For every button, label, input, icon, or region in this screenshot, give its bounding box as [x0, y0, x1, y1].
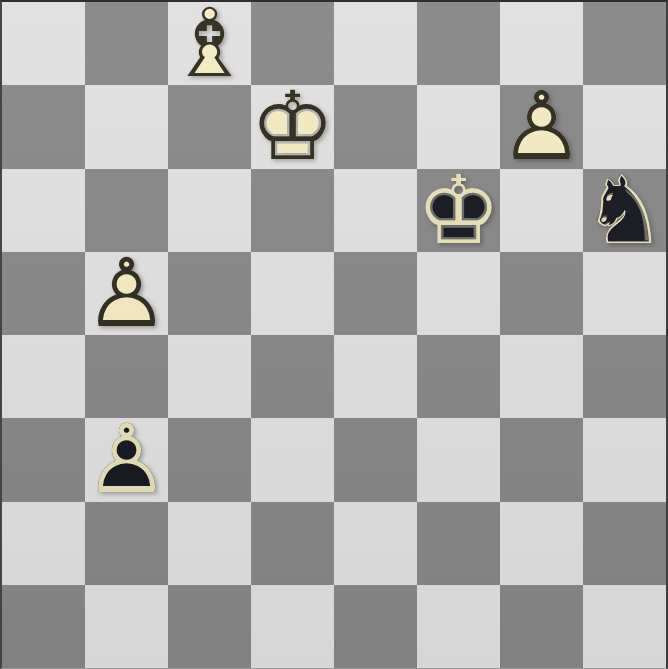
white-king-glyph-fill: ♚	[251, 85, 334, 168]
square-f1[interactable]	[417, 585, 500, 668]
white-bishop[interactable]: ♝♗	[168, 2, 251, 85]
square-e7[interactable]	[334, 85, 417, 168]
square-b6[interactable]	[85, 169, 168, 252]
square-e5[interactable]	[334, 252, 417, 335]
square-f3[interactable]	[417, 418, 500, 501]
black-knight-glyph-outline: ♘	[583, 169, 666, 252]
white-bishop-glyph-fill: ♝	[168, 2, 251, 85]
square-g8[interactable]	[500, 2, 583, 85]
square-d6[interactable]	[251, 169, 334, 252]
square-h5[interactable]	[583, 252, 666, 335]
black-king-glyph-fill: ♚	[417, 169, 500, 252]
square-e8[interactable]	[334, 2, 417, 85]
square-a2[interactable]	[2, 502, 85, 585]
square-h2[interactable]	[583, 502, 666, 585]
white-bishop-glyph-outline: ♗	[168, 2, 251, 85]
black-pawn-glyph-outline: ♙	[85, 418, 168, 501]
square-d8[interactable]	[251, 2, 334, 85]
square-f7[interactable]	[417, 85, 500, 168]
square-e4[interactable]	[334, 335, 417, 418]
square-d2[interactable]	[251, 502, 334, 585]
square-a5[interactable]	[2, 252, 85, 335]
square-h3[interactable]	[583, 418, 666, 501]
square-c6[interactable]	[168, 169, 251, 252]
black-king-glyph-outline: ♔	[417, 169, 500, 252]
square-h4[interactable]	[583, 335, 666, 418]
square-b4[interactable]	[85, 335, 168, 418]
white-pawn-glyph-outline: ♙	[85, 252, 168, 335]
square-h6[interactable]: ♞♘	[583, 169, 666, 252]
square-c2[interactable]	[168, 502, 251, 585]
chess-board: ♝♗♚♔♟♙♚♔♞♘♟♙♟♙	[0, 0, 668, 669]
square-h1[interactable]	[583, 585, 666, 668]
square-a1[interactable]	[2, 585, 85, 668]
square-b3[interactable]: ♟♙	[85, 418, 168, 501]
square-h7[interactable]	[583, 85, 666, 168]
square-b8[interactable]	[85, 2, 168, 85]
white-king[interactable]: ♚♔	[251, 85, 334, 168]
black-king[interactable]: ♚♔	[417, 169, 500, 252]
square-g4[interactable]	[500, 335, 583, 418]
white-pawn-glyph-outline: ♙	[500, 85, 583, 168]
square-d1[interactable]	[251, 585, 334, 668]
white-pawn-glyph-fill: ♟	[500, 85, 583, 168]
square-b5[interactable]: ♟♙	[85, 252, 168, 335]
white-pawn[interactable]: ♟♙	[500, 85, 583, 168]
square-f6[interactable]: ♚♔	[417, 169, 500, 252]
white-pawn[interactable]: ♟♙	[85, 252, 168, 335]
square-b1[interactable]	[85, 585, 168, 668]
square-c4[interactable]	[168, 335, 251, 418]
square-g3[interactable]	[500, 418, 583, 501]
square-g6[interactable]	[500, 169, 583, 252]
square-e1[interactable]	[334, 585, 417, 668]
square-d4[interactable]	[251, 335, 334, 418]
square-g2[interactable]	[500, 502, 583, 585]
square-e2[interactable]	[334, 502, 417, 585]
square-a4[interactable]	[2, 335, 85, 418]
square-a7[interactable]	[2, 85, 85, 168]
black-pawn[interactable]: ♟♙	[85, 418, 168, 501]
square-d3[interactable]	[251, 418, 334, 501]
square-d7[interactable]: ♚♔	[251, 85, 334, 168]
square-g5[interactable]	[500, 252, 583, 335]
black-knight-glyph-fill: ♞	[583, 169, 666, 252]
white-pawn-glyph-fill: ♟	[85, 252, 168, 335]
square-e3[interactable]	[334, 418, 417, 501]
square-a8[interactable]	[2, 2, 85, 85]
square-b7[interactable]	[85, 85, 168, 168]
square-f4[interactable]	[417, 335, 500, 418]
black-pawn-glyph-fill: ♟	[85, 418, 168, 501]
square-f5[interactable]	[417, 252, 500, 335]
square-c7[interactable]	[168, 85, 251, 168]
black-knight[interactable]: ♞♘	[583, 169, 666, 252]
square-c8[interactable]: ♝♗	[168, 2, 251, 85]
square-d5[interactable]	[251, 252, 334, 335]
square-a6[interactable]	[2, 169, 85, 252]
square-a3[interactable]	[2, 418, 85, 501]
square-g7[interactable]: ♟♙	[500, 85, 583, 168]
square-c5[interactable]	[168, 252, 251, 335]
square-f2[interactable]	[417, 502, 500, 585]
square-e6[interactable]	[334, 169, 417, 252]
square-b2[interactable]	[85, 502, 168, 585]
white-king-glyph-outline: ♔	[251, 85, 334, 168]
square-f8[interactable]	[417, 2, 500, 85]
square-c1[interactable]	[168, 585, 251, 668]
square-h8[interactable]	[583, 2, 666, 85]
square-g1[interactable]	[500, 585, 583, 668]
square-c3[interactable]	[168, 418, 251, 501]
